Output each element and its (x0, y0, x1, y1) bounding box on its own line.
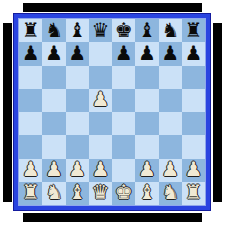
square-e8[interactable]: ♚ (112, 19, 135, 42)
square-f1[interactable]: ♝ (135, 182, 158, 205)
white-pawn[interactable]: ♟ (91, 89, 109, 109)
square-a7[interactable]: ♟ (19, 42, 42, 65)
square-e5[interactable] (112, 89, 135, 112)
black-pawn[interactable]: ♟ (68, 43, 86, 63)
square-h6[interactable] (182, 66, 205, 89)
square-b2[interactable]: ♟ (42, 159, 65, 182)
square-c2[interactable]: ♟ (66, 159, 89, 182)
square-g2[interactable]: ♟ (159, 159, 182, 182)
black-king[interactable]: ♚ (115, 20, 133, 40)
white-king[interactable]: ♚ (115, 182, 133, 202)
square-h5[interactable] (182, 89, 205, 112)
white-rook[interactable]: ♜ (184, 182, 202, 202)
black-pawn[interactable]: ♟ (115, 43, 133, 63)
square-c5[interactable] (66, 89, 89, 112)
white-knight[interactable]: ♞ (45, 182, 63, 202)
square-c4[interactable] (66, 112, 89, 135)
black-pawn[interactable]: ♟ (184, 43, 202, 63)
square-e7[interactable]: ♟ (112, 42, 135, 65)
square-d2[interactable]: ♟ (89, 159, 112, 182)
square-d4[interactable] (89, 112, 112, 135)
square-a8[interactable]: ♜ (19, 19, 42, 42)
black-bishop[interactable]: ♝ (68, 20, 86, 40)
board-border: ♜♞♝♛♚♝♞♜♟♟♟♟♟♟♟♟♟♟♟♟♟♟♟♜♞♝♛♚♝♞♜ (13, 13, 211, 211)
square-a1[interactable]: ♜ (19, 182, 42, 205)
square-b4[interactable] (42, 112, 65, 135)
black-knight[interactable]: ♞ (161, 20, 179, 40)
square-g6[interactable] (159, 66, 182, 89)
square-e6[interactable] (112, 66, 135, 89)
square-b8[interactable]: ♞ (42, 19, 65, 42)
square-h7[interactable]: ♟ (182, 42, 205, 65)
square-b7[interactable]: ♟ (42, 42, 65, 65)
white-pawn[interactable]: ♟ (138, 159, 156, 179)
square-c7[interactable]: ♟ (66, 42, 89, 65)
black-knight[interactable]: ♞ (45, 20, 63, 40)
square-f5[interactable] (135, 89, 158, 112)
square-f4[interactable] (135, 112, 158, 135)
square-e3[interactable] (112, 135, 135, 158)
square-g8[interactable]: ♞ (159, 19, 182, 42)
square-f6[interactable] (135, 66, 158, 89)
square-h8[interactable]: ♜ (182, 19, 205, 42)
square-d5[interactable]: ♟ (89, 89, 112, 112)
white-pawn[interactable]: ♟ (22, 159, 40, 179)
white-pawn[interactable]: ♟ (91, 159, 109, 179)
square-c3[interactable] (66, 135, 89, 158)
black-rook[interactable]: ♜ (184, 20, 202, 40)
square-f2[interactable]: ♟ (135, 159, 158, 182)
square-b6[interactable] (42, 66, 65, 89)
white-pawn[interactable]: ♟ (161, 159, 179, 179)
white-pawn[interactable]: ♟ (45, 159, 63, 179)
square-g1[interactable]: ♞ (159, 182, 182, 205)
black-pawn[interactable]: ♟ (138, 43, 156, 63)
white-pawn[interactable]: ♟ (184, 159, 202, 179)
square-h1[interactable]: ♜ (182, 182, 205, 205)
square-a4[interactable] (19, 112, 42, 135)
square-d3[interactable] (89, 135, 112, 158)
frame-bar-top (23, 3, 202, 12)
white-bishop[interactable]: ♝ (138, 182, 156, 202)
square-h3[interactable] (182, 135, 205, 158)
black-bishop[interactable]: ♝ (138, 20, 156, 40)
square-d6[interactable] (89, 66, 112, 89)
white-rook[interactable]: ♜ (22, 182, 40, 202)
chess-board: ♜♞♝♛♚♝♞♜♟♟♟♟♟♟♟♟♟♟♟♟♟♟♟♜♞♝♛♚♝♞♜ (19, 19, 205, 205)
black-pawn[interactable]: ♟ (22, 43, 40, 63)
white-bishop[interactable]: ♝ (68, 182, 86, 202)
square-e1[interactable]: ♚ (112, 182, 135, 205)
black-queen[interactable]: ♛ (91, 20, 109, 40)
square-h2[interactable]: ♟ (182, 159, 205, 182)
square-c1[interactable]: ♝ (66, 182, 89, 205)
square-g7[interactable]: ♟ (159, 42, 182, 65)
black-pawn[interactable]: ♟ (45, 43, 63, 63)
white-queen[interactable]: ♛ (91, 182, 109, 202)
square-a5[interactable] (19, 89, 42, 112)
square-g4[interactable] (159, 112, 182, 135)
square-e2[interactable] (112, 159, 135, 182)
square-f8[interactable]: ♝ (135, 19, 158, 42)
square-g3[interactable] (159, 135, 182, 158)
frame-bar-bottom (23, 213, 202, 222)
square-d1[interactable]: ♛ (89, 182, 112, 205)
white-knight[interactable]: ♞ (161, 182, 179, 202)
square-f7[interactable]: ♟ (135, 42, 158, 65)
square-a2[interactable]: ♟ (19, 159, 42, 182)
black-pawn[interactable]: ♟ (161, 43, 179, 63)
frame-bar-left (3, 23, 12, 202)
square-c8[interactable]: ♝ (66, 19, 89, 42)
chess-app-canvas: ♜♞♝♛♚♝♞♜♟♟♟♟♟♟♟♟♟♟♟♟♟♟♟♜♞♝♛♚♝♞♜ (0, 0, 225, 225)
square-d8[interactable]: ♛ (89, 19, 112, 42)
square-c6[interactable] (66, 66, 89, 89)
square-f3[interactable] (135, 135, 158, 158)
square-h4[interactable] (182, 112, 205, 135)
black-rook[interactable]: ♜ (22, 20, 40, 40)
square-e4[interactable] (112, 112, 135, 135)
square-d7[interactable] (89, 42, 112, 65)
square-g5[interactable] (159, 89, 182, 112)
square-a6[interactable] (19, 66, 42, 89)
square-b1[interactable]: ♞ (42, 182, 65, 205)
frame-bar-right (213, 23, 222, 202)
white-pawn[interactable]: ♟ (68, 159, 86, 179)
square-b5[interactable] (42, 89, 65, 112)
square-b3[interactable] (42, 135, 65, 158)
square-a3[interactable] (19, 135, 42, 158)
